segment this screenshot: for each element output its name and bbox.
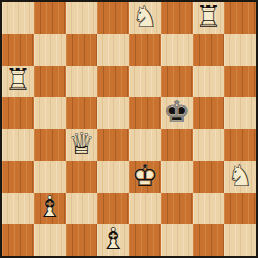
square-f8[interactable] <box>161 2 193 34</box>
square-d4[interactable] <box>97 129 129 161</box>
square-h1[interactable] <box>224 224 256 256</box>
square-d1[interactable]: ♝♗ <box>97 224 129 256</box>
square-e3[interactable]: ♚♔ <box>129 161 161 193</box>
square-h3[interactable]: ♞♘ <box>224 161 256 193</box>
square-d2[interactable] <box>97 193 129 225</box>
square-h8[interactable] <box>224 2 256 34</box>
square-f6[interactable] <box>161 66 193 98</box>
square-h4[interactable] <box>224 129 256 161</box>
square-f3[interactable] <box>161 161 193 193</box>
square-e6[interactable] <box>129 66 161 98</box>
square-b6[interactable] <box>34 66 66 98</box>
square-b3[interactable] <box>34 161 66 193</box>
square-b2[interactable]: ♝♗ <box>34 193 66 225</box>
white-knight-outline-glyph: ♘ <box>129 2 161 33</box>
square-a3[interactable] <box>2 161 34 193</box>
square-d5[interactable] <box>97 97 129 129</box>
square-g8[interactable]: ♜♖ <box>193 2 225 34</box>
piece-white-rook-a6[interactable]: ♜♖ <box>2 66 34 98</box>
square-c6[interactable] <box>66 66 98 98</box>
square-g6[interactable] <box>193 66 225 98</box>
square-b4[interactable] <box>34 129 66 161</box>
square-b1[interactable] <box>34 224 66 256</box>
square-e1[interactable] <box>129 224 161 256</box>
square-d6[interactable] <box>97 66 129 98</box>
square-c2[interactable] <box>66 193 98 225</box>
square-d8[interactable] <box>97 2 129 34</box>
square-g5[interactable] <box>193 97 225 129</box>
piece-white-bishop-b2[interactable]: ♝♗ <box>34 193 66 225</box>
white-knight-outline-glyph: ♘ <box>224 161 256 192</box>
piece-white-king-e3[interactable]: ♚♔ <box>129 161 161 193</box>
piece-white-rook-g8[interactable]: ♜♖ <box>193 2 225 34</box>
white-king-outline-glyph: ♔ <box>129 161 161 192</box>
black-king-outline-glyph: ♔ <box>161 97 193 128</box>
square-f1[interactable] <box>161 224 193 256</box>
square-a7[interactable] <box>2 34 34 66</box>
piece-white-bishop-d1[interactable]: ♝♗ <box>97 224 129 256</box>
square-e2[interactable] <box>129 193 161 225</box>
square-d7[interactable] <box>97 34 129 66</box>
square-c3[interactable] <box>66 161 98 193</box>
square-c7[interactable] <box>66 34 98 66</box>
square-h6[interactable] <box>224 66 256 98</box>
chess-board: ♞♘♜♖♜♖♚♔♛♕♚♔♞♘♝♗♝♗ <box>0 0 258 258</box>
square-e7[interactable] <box>129 34 161 66</box>
square-e4[interactable] <box>129 129 161 161</box>
square-a4[interactable] <box>2 129 34 161</box>
square-c4[interactable]: ♛♕ <box>66 129 98 161</box>
square-c5[interactable] <box>66 97 98 129</box>
white-rook-outline-glyph: ♖ <box>193 2 225 33</box>
square-b5[interactable] <box>34 97 66 129</box>
square-f2[interactable] <box>161 193 193 225</box>
square-h2[interactable] <box>224 193 256 225</box>
white-bishop-outline-glyph: ♗ <box>34 193 66 224</box>
square-a2[interactable] <box>2 193 34 225</box>
piece-white-knight-h3[interactable]: ♞♘ <box>224 161 256 193</box>
square-a6[interactable]: ♜♖ <box>2 66 34 98</box>
square-g3[interactable] <box>193 161 225 193</box>
piece-white-knight-e8[interactable]: ♞♘ <box>129 2 161 34</box>
square-b7[interactable] <box>34 34 66 66</box>
square-e5[interactable] <box>129 97 161 129</box>
square-d3[interactable] <box>97 161 129 193</box>
white-queen-outline-glyph: ♕ <box>66 129 98 160</box>
piece-white-queen-c4[interactable]: ♛♕ <box>66 129 98 161</box>
square-g1[interactable] <box>193 224 225 256</box>
square-g2[interactable] <box>193 193 225 225</box>
square-a5[interactable] <box>2 97 34 129</box>
square-f4[interactable] <box>161 129 193 161</box>
square-c8[interactable] <box>66 2 98 34</box>
square-h5[interactable] <box>224 97 256 129</box>
square-a8[interactable] <box>2 2 34 34</box>
white-bishop-outline-glyph: ♗ <box>97 224 129 255</box>
square-g4[interactable] <box>193 129 225 161</box>
square-a1[interactable] <box>2 224 34 256</box>
white-rook-outline-glyph: ♖ <box>2 66 34 97</box>
square-e8[interactable]: ♞♘ <box>129 2 161 34</box>
square-f7[interactable] <box>161 34 193 66</box>
piece-black-king-f5[interactable]: ♚♔ <box>161 97 193 129</box>
square-c1[interactable] <box>66 224 98 256</box>
square-g7[interactable] <box>193 34 225 66</box>
square-b8[interactable] <box>34 2 66 34</box>
square-h7[interactable] <box>224 34 256 66</box>
square-f5[interactable]: ♚♔ <box>161 97 193 129</box>
